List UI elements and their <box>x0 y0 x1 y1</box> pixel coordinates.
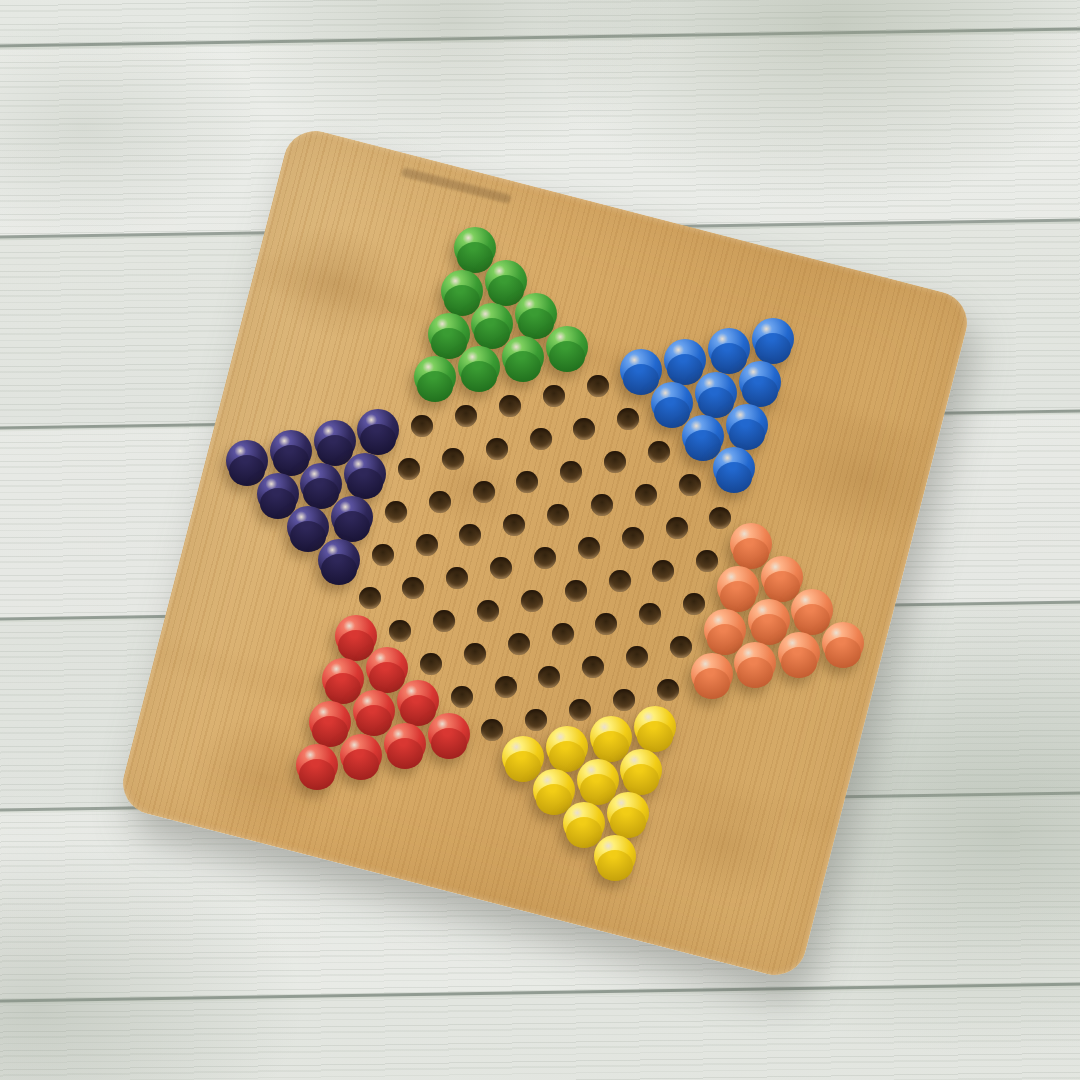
peg-navy[interactable] <box>344 453 386 495</box>
peg-navy[interactable] <box>257 473 299 515</box>
hole[interactable] <box>508 633 530 655</box>
hole[interactable] <box>420 653 442 675</box>
hole[interactable] <box>591 494 613 516</box>
hole[interactable] <box>652 560 674 582</box>
hole[interactable] <box>635 484 657 506</box>
hole[interactable] <box>398 458 420 480</box>
hole[interactable] <box>709 507 731 529</box>
peg-navy[interactable] <box>300 463 342 505</box>
hole[interactable] <box>569 699 591 721</box>
hole[interactable] <box>534 547 556 569</box>
hole[interactable] <box>490 557 512 579</box>
peg-green[interactable] <box>485 260 527 302</box>
peg-orange[interactable] <box>704 609 746 651</box>
hole[interactable] <box>499 395 521 417</box>
peg-green[interactable] <box>414 356 456 398</box>
hole[interactable] <box>639 603 661 625</box>
hole[interactable] <box>657 679 679 701</box>
hole[interactable] <box>372 544 394 566</box>
peg-red[interactable] <box>340 734 382 776</box>
hole[interactable] <box>446 567 468 589</box>
hole[interactable] <box>565 580 587 602</box>
hole[interactable] <box>622 527 644 549</box>
hole[interactable] <box>503 514 525 536</box>
peg-orange[interactable] <box>691 653 733 695</box>
peg-orange[interactable] <box>791 589 833 631</box>
hole[interactable] <box>666 517 688 539</box>
hole[interactable] <box>455 405 477 427</box>
hole[interactable] <box>464 643 486 665</box>
hole[interactable] <box>516 471 538 493</box>
hole[interactable] <box>451 686 473 708</box>
peg-red[interactable] <box>353 690 395 732</box>
peg-orange[interactable] <box>730 523 772 565</box>
hole[interactable] <box>648 441 670 463</box>
hole[interactable] <box>573 418 595 440</box>
hole[interactable] <box>538 666 560 688</box>
peg-blue[interactable] <box>620 349 662 391</box>
peg-red[interactable] <box>309 701 351 743</box>
peg-red[interactable] <box>335 615 377 657</box>
hole[interactable] <box>402 577 424 599</box>
hole[interactable] <box>582 656 604 678</box>
peg-blue[interactable] <box>708 328 750 370</box>
hole[interactable] <box>552 623 574 645</box>
peg-navy[interactable] <box>318 539 360 581</box>
peg-orange[interactable] <box>717 566 759 608</box>
hole[interactable] <box>525 709 547 731</box>
hole[interactable] <box>683 593 705 615</box>
hole[interactable] <box>696 550 718 572</box>
hole[interactable] <box>486 438 508 460</box>
peg-yellow[interactable] <box>577 759 619 801</box>
peg-blue[interactable] <box>682 415 724 457</box>
peg-navy[interactable] <box>226 440 268 482</box>
hole[interactable] <box>595 613 617 635</box>
peg-green[interactable] <box>502 336 544 378</box>
peg-orange[interactable] <box>778 632 820 674</box>
peg-green[interactable] <box>546 326 588 368</box>
peg-navy[interactable] <box>314 420 356 462</box>
hole[interactable] <box>473 481 495 503</box>
peg-navy[interactable] <box>270 430 312 472</box>
peg-blue[interactable] <box>713 447 755 489</box>
peg-yellow[interactable] <box>634 706 676 748</box>
hole[interactable] <box>530 428 552 450</box>
hole[interactable] <box>429 491 451 513</box>
peg-red[interactable] <box>428 713 470 755</box>
hole[interactable] <box>521 590 543 612</box>
peg-blue[interactable] <box>695 372 737 414</box>
hole[interactable] <box>416 534 438 556</box>
peg-yellow[interactable] <box>563 802 605 844</box>
scene <box>0 0 1080 1080</box>
peg-orange[interactable] <box>822 622 864 664</box>
hole[interactable] <box>617 408 639 430</box>
hole[interactable] <box>670 636 692 658</box>
hole[interactable] <box>560 461 582 483</box>
peg-yellow[interactable] <box>546 726 588 768</box>
hole[interactable] <box>679 474 701 496</box>
hole[interactable] <box>626 646 648 668</box>
hole-grid <box>0 0 1080 1080</box>
peg-red[interactable] <box>296 744 338 786</box>
peg-orange[interactable] <box>761 556 803 598</box>
peg-yellow[interactable] <box>590 716 632 758</box>
hole[interactable] <box>433 610 455 632</box>
peg-navy[interactable] <box>357 409 399 451</box>
hole[interactable] <box>459 524 481 546</box>
hole[interactable] <box>609 570 631 592</box>
peg-blue[interactable] <box>651 382 693 424</box>
peg-green[interactable] <box>458 346 500 388</box>
hole[interactable] <box>477 600 499 622</box>
peg-red[interactable] <box>397 680 439 722</box>
peg-red[interactable] <box>384 723 426 765</box>
hole[interactable] <box>495 676 517 698</box>
hole[interactable] <box>578 537 600 559</box>
peg-red[interactable] <box>366 647 408 689</box>
peg-yellow[interactable] <box>502 736 544 778</box>
peg-navy[interactable] <box>331 496 373 538</box>
peg-blue[interactable] <box>664 339 706 381</box>
hole[interactable] <box>442 448 464 470</box>
peg-blue[interactable] <box>739 361 781 403</box>
peg-yellow[interactable] <box>607 792 649 834</box>
peg-green[interactable] <box>515 293 557 335</box>
hole[interactable] <box>543 385 565 407</box>
peg-navy[interactable] <box>287 506 329 548</box>
hole[interactable] <box>389 620 411 642</box>
peg-blue[interactable] <box>752 318 794 360</box>
peg-green[interactable] <box>441 270 483 312</box>
hole[interactable] <box>385 501 407 523</box>
hole[interactable] <box>359 587 381 609</box>
hole[interactable] <box>481 719 503 741</box>
peg-orange[interactable] <box>748 599 790 641</box>
hole[interactable] <box>587 375 609 397</box>
peg-yellow[interactable] <box>594 835 636 877</box>
peg-red[interactable] <box>322 658 364 700</box>
peg-green[interactable] <box>428 313 470 355</box>
peg-yellow[interactable] <box>533 769 575 811</box>
hole[interactable] <box>547 504 569 526</box>
hole[interactable] <box>613 689 635 711</box>
peg-green[interactable] <box>471 303 513 345</box>
peg-green[interactable] <box>454 227 496 269</box>
peg-blue[interactable] <box>726 404 768 446</box>
peg-yellow[interactable] <box>620 749 662 791</box>
hole[interactable] <box>411 415 433 437</box>
hole[interactable] <box>604 451 626 473</box>
peg-orange[interactable] <box>734 642 776 684</box>
